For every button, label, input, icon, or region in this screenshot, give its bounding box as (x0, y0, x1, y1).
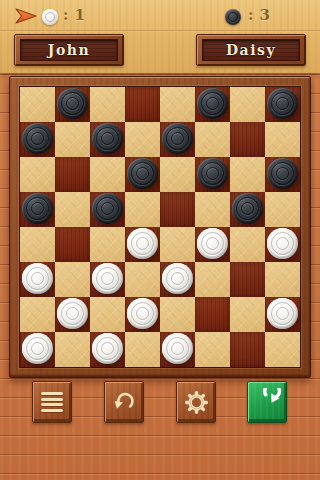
square-r1c5 (160, 87, 195, 122)
square-r4c3[interactable] (90, 192, 125, 227)
square-r5c8[interactable] (265, 227, 300, 262)
white-piece[interactable] (162, 333, 193, 364)
black-piece[interactable] (92, 193, 123, 224)
player-plate-white-panel: John (20, 39, 118, 61)
square-r8c4 (125, 332, 160, 367)
gear-icon (183, 389, 210, 416)
square-r6c4 (125, 262, 160, 297)
black-piece[interactable] (267, 88, 298, 119)
top-panel: :1 :3 John Daisy (0, 0, 320, 73)
square-r3c4[interactable] (125, 157, 160, 192)
square-r7c1 (20, 297, 55, 332)
square-r1c7 (230, 87, 265, 122)
black-piece[interactable] (197, 158, 228, 189)
square-r5c7 (230, 227, 265, 262)
square-r7c3 (90, 297, 125, 332)
white-score-value: 1 (75, 6, 86, 24)
square-r8c2 (55, 332, 90, 367)
black-piece[interactable] (162, 123, 193, 154)
white-checker-icon (42, 9, 58, 25)
player-name-white: John (48, 42, 90, 58)
square-r5c3 (90, 227, 125, 262)
undo-icon (111, 389, 138, 416)
square-r2c3[interactable] (90, 122, 125, 157)
square-r3c6[interactable] (195, 157, 230, 192)
white-piece[interactable] (162, 263, 193, 294)
player-plate-white: John (14, 34, 124, 66)
square-r7c8[interactable] (265, 297, 300, 332)
scorebar: :1 :3 (0, 0, 320, 30)
square-r6c1[interactable] (20, 262, 55, 297)
checkers-board (19, 86, 301, 368)
white-piece[interactable] (92, 263, 123, 294)
square-r1c1 (20, 87, 55, 122)
white-piece[interactable] (92, 333, 123, 364)
white-score: :1 (63, 0, 86, 30)
menu-button[interactable] (32, 381, 72, 423)
square-r5c4[interactable] (125, 227, 160, 262)
square-r7c6[interactable] (195, 297, 230, 332)
square-r6c8 (265, 262, 300, 297)
black-piece[interactable] (267, 158, 298, 189)
black-piece[interactable] (127, 158, 158, 189)
square-r7c7 (230, 297, 265, 332)
turn-indicator-arrow-icon (15, 6, 37, 26)
square-r1c2[interactable] (55, 87, 90, 122)
scorebar-divider (0, 30, 320, 32)
square-r6c2 (55, 262, 90, 297)
square-r2c8 (265, 122, 300, 157)
square-r8c1[interactable] (20, 332, 55, 367)
square-r2c5[interactable] (160, 122, 195, 157)
square-r8c3[interactable] (90, 332, 125, 367)
square-r7c2[interactable] (55, 297, 90, 332)
square-r1c3 (90, 87, 125, 122)
square-r3c8[interactable] (265, 157, 300, 192)
square-r8c8 (265, 332, 300, 367)
square-r4c2 (55, 192, 90, 227)
black-piece[interactable] (22, 123, 53, 154)
square-r4c8 (265, 192, 300, 227)
white-piece[interactable] (127, 228, 158, 259)
square-r2c1[interactable] (20, 122, 55, 157)
white-piece[interactable] (22, 333, 53, 364)
square-r4c6 (195, 192, 230, 227)
square-r4c7[interactable] (230, 192, 265, 227)
square-r7c5 (160, 297, 195, 332)
square-r2c7[interactable] (230, 122, 265, 157)
square-r6c3[interactable] (90, 262, 125, 297)
square-r5c5 (160, 227, 195, 262)
white-piece[interactable] (57, 298, 88, 329)
square-r4c1[interactable] (20, 192, 55, 227)
square-r6c5[interactable] (160, 262, 195, 297)
square-r3c5 (160, 157, 195, 192)
black-checker-icon (225, 9, 241, 25)
square-r6c7[interactable] (230, 262, 265, 297)
black-piece[interactable] (57, 88, 88, 119)
toolbar (0, 381, 320, 423)
player-plate-black-panel: Daisy (202, 39, 300, 61)
settings-button[interactable] (176, 381, 216, 423)
square-r3c2[interactable] (55, 157, 90, 192)
restart-icon (253, 388, 281, 416)
square-r8c5[interactable] (160, 332, 195, 367)
square-r1c8[interactable] (265, 87, 300, 122)
white-piece[interactable] (197, 228, 228, 259)
player-plate-black: Daisy (196, 34, 306, 66)
square-r8c7[interactable] (230, 332, 265, 367)
square-r8c6 (195, 332, 230, 367)
square-r1c4[interactable] (125, 87, 160, 122)
restart-button[interactable] (247, 381, 287, 423)
square-r2c4 (125, 122, 160, 157)
player-name-black: Daisy (226, 42, 276, 58)
undo-button[interactable] (104, 381, 144, 423)
square-r4c5[interactable] (160, 192, 195, 227)
square-r5c1 (20, 227, 55, 262)
square-r2c6 (195, 122, 230, 157)
black-piece[interactable] (197, 88, 228, 119)
square-r5c2[interactable] (55, 227, 90, 262)
black-score-value: 3 (260, 6, 271, 24)
black-piece[interactable] (232, 193, 263, 224)
white-piece[interactable] (267, 228, 298, 259)
white-piece[interactable] (267, 298, 298, 329)
black-piece[interactable] (92, 123, 123, 154)
square-r1c6[interactable] (195, 87, 230, 122)
square-r4c4 (125, 192, 160, 227)
square-r3c3 (90, 157, 125, 192)
white-piece[interactable] (22, 263, 53, 294)
square-r2c2 (55, 122, 90, 157)
menu-icon (41, 392, 63, 412)
square-r7c4[interactable] (125, 297, 160, 332)
black-piece[interactable] (22, 193, 53, 224)
square-r5c6[interactable] (195, 227, 230, 262)
square-r6c6 (195, 262, 230, 297)
square-r3c1 (20, 157, 55, 192)
black-score: :3 (248, 0, 271, 30)
white-piece[interactable] (127, 298, 158, 329)
board-frame (9, 76, 311, 378)
square-r3c7 (230, 157, 265, 192)
